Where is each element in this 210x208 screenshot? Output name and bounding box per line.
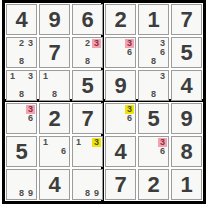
cell-r2c2[interactable]: 7 [39,37,70,68]
candidate-digit: 6 [125,114,134,123]
cell-r4c5[interactable]: 5 [138,103,169,134]
candidates: 238 [73,38,102,67]
given-digit: 7 [172,5,201,34]
given-digit: 4 [7,5,36,34]
cell-r5c2[interactable]: 16 [39,136,70,167]
candidate-digit-highlighted: 3 [92,138,101,147]
candidate-digit: 6 [158,147,167,156]
given-digit: 4 [40,170,69,199]
given-digit: 2 [40,104,69,133]
candidates: 13 [73,137,102,166]
given-digit: 1 [172,170,201,199]
cell-r4c2[interactable]: 2 [39,103,70,134]
cell-r1c4[interactable]: 2 [105,4,136,35]
candidate-digit: 8 [17,189,26,198]
given-digit: 7 [40,38,69,67]
cell-r6c1[interactable]: 89 [6,169,37,200]
candidate-digit: 6 [125,48,134,57]
candidate-digit: 6 [59,147,68,156]
cell-r3c1[interactable]: 138 [6,70,37,101]
given-digit: 5 [139,104,168,133]
candidate-digit: 8 [83,189,92,198]
candidate-digit: 3 [26,39,35,48]
cell-r4c6[interactable]: 9 [171,103,202,134]
cell-r4c3[interactable]: 7 [72,103,103,134]
cell-r5c3[interactable]: 13 [72,136,103,167]
candidates: 36 [106,104,135,133]
given-digit: 1 [139,5,168,34]
cell-r6c2[interactable]: 4 [39,169,70,200]
sudoku-box: 4962387238138185 [5,3,104,102]
cell-r1c5[interactable]: 1 [138,4,169,35]
candidate-digit: 6 [26,114,35,123]
candidate-digit: 8 [50,90,59,99]
candidates: 36 [7,104,36,133]
given-digit: 2 [139,170,168,199]
cell-r5c6[interactable]: 8 [171,136,202,167]
cell-r4c1[interactable]: 36 [6,103,37,134]
cell-r1c6[interactable]: 7 [171,4,202,35]
cell-r6c3[interactable]: 89 [72,169,103,200]
candidates: 38 [139,71,168,100]
given-digit: 9 [40,5,69,34]
given-digit: 8 [172,137,201,166]
candidate-digit: 9 [26,189,35,198]
given-digit: 4 [106,137,135,166]
candidates: 368 [139,38,168,67]
candidates: 89 [7,170,36,199]
candidate-digit: 8 [149,90,158,99]
candidates: 89 [73,170,102,199]
sudoku-box: 36275161389489 [5,102,104,201]
cell-r2c4[interactable]: 36 [105,37,136,68]
cell-r5c1[interactable]: 5 [6,136,37,167]
candidate-digit: 2 [17,39,26,48]
candidate-digit: 3 [26,72,35,81]
cell-r2c5[interactable]: 368 [138,37,169,68]
candidates: 36 [139,137,168,166]
cell-r5c4[interactable]: 4 [105,136,136,167]
given-digit: 4 [172,71,201,100]
cell-r5c5[interactable]: 36 [138,136,169,167]
cell-r1c2[interactable]: 9 [39,4,70,35]
candidate-digit: 3 [158,72,167,81]
cell-r3c4[interactable]: 9 [105,70,136,101]
cell-r3c2[interactable]: 18 [39,70,70,101]
candidates: 16 [40,137,69,166]
candidate-digit: 1 [8,72,17,81]
candidate-digit: 8 [17,57,26,66]
given-digit: 6 [73,5,102,34]
given-digit: 2 [106,5,135,34]
cell-r1c1[interactable]: 4 [6,4,37,35]
cell-r6c6[interactable]: 1 [171,169,202,200]
given-digit: 9 [172,104,201,133]
candidate-digit: 6 [158,48,167,57]
given-digit: 9 [106,71,135,100]
cell-r6c5[interactable]: 2 [138,169,169,200]
candidate-digit: 1 [41,72,50,81]
candidate-digit: 8 [149,57,158,66]
candidate-digit: 2 [83,39,92,48]
candidate-digit: 8 [83,57,92,66]
cell-r3c5[interactable]: 38 [138,70,169,101]
candidates: 36 [106,38,135,67]
cell-r2c3[interactable]: 238 [72,37,103,68]
candidates: 18 [40,71,69,100]
cell-r3c3[interactable]: 5 [72,70,103,101]
candidate-digit: 1 [41,138,50,147]
given-digit: 5 [172,38,201,67]
cell-r2c6[interactable]: 5 [171,37,202,68]
given-digit: 7 [106,170,135,199]
cell-r1c3[interactable]: 6 [72,4,103,35]
candidates: 238 [7,38,36,67]
sudoku-box: 36594368721 [104,102,203,201]
sudoku-board: 4962387238138185217363685938436275161389… [2,0,206,204]
cell-r2c1[interactable]: 238 [6,37,37,68]
cell-r6c4[interactable]: 7 [105,169,136,200]
candidate-digit: 8 [17,90,26,99]
given-digit: 5 [73,71,102,100]
cell-r3c6[interactable]: 4 [171,70,202,101]
sudoku-box: 2173636859384 [104,3,203,102]
candidate-digit-highlighted: 3 [92,39,101,48]
candidate-digit: 1 [74,138,83,147]
cell-r4c4[interactable]: 36 [105,103,136,134]
candidates: 138 [7,71,36,100]
given-digit: 7 [73,104,102,133]
given-digit: 5 [7,137,36,166]
candidate-digit: 9 [92,189,101,198]
